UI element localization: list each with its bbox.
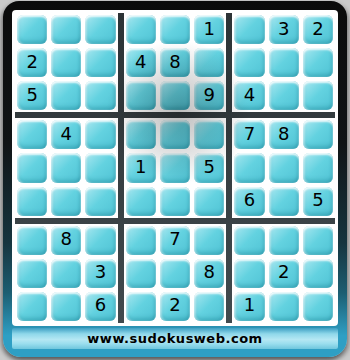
cell-r2c4[interactable]: 4	[126, 48, 156, 77]
cell-r5c4[interactable]: 1	[126, 153, 156, 182]
cell-r1c9[interactable]: 2	[303, 15, 333, 44]
cell-r7c7[interactable]	[234, 226, 264, 255]
box-3-1: 836	[15, 224, 118, 323]
cell-r4c9[interactable]	[303, 120, 333, 149]
cell-r1c4[interactable]	[126, 15, 156, 44]
cell-r6c8[interactable]	[269, 187, 299, 216]
cell-r8c2[interactable]	[51, 259, 81, 288]
cell-r4c5[interactable]	[160, 120, 190, 149]
footer-bar: www.sudokusweb.com	[12, 328, 338, 349]
cell-r3c5[interactable]	[160, 81, 190, 110]
cell-r5c8[interactable]	[269, 153, 299, 182]
cell-r7c9[interactable]	[303, 226, 333, 255]
cell-r9c3[interactable]: 6	[85, 292, 115, 321]
cell-r4c2[interactable]: 4	[51, 120, 81, 149]
cell-r8c3[interactable]: 3	[85, 259, 115, 288]
cell-r5c6[interactable]: 5	[194, 153, 224, 182]
cell-r8c9[interactable]	[303, 259, 333, 288]
cell-r7c2[interactable]: 8	[51, 226, 81, 255]
cell-r5c7[interactable]	[234, 153, 264, 182]
cell-r3c2[interactable]	[51, 81, 81, 110]
cell-r4c8[interactable]: 8	[269, 120, 299, 149]
box-1-3: 324	[232, 13, 335, 112]
cell-r3c6[interactable]: 9	[194, 81, 224, 110]
cell-r5c2[interactable]	[51, 153, 81, 182]
cell-r1c6[interactable]: 1	[194, 15, 224, 44]
cell-r6c3[interactable]	[85, 187, 115, 216]
box-1-1: 25	[15, 13, 118, 112]
cell-r3c4[interactable]	[126, 81, 156, 110]
cell-r8c8[interactable]: 2	[269, 259, 299, 288]
cell-r5c3[interactable]	[85, 153, 115, 182]
box-2-3: 7865	[232, 118, 335, 217]
cell-r3c9[interactable]	[303, 81, 333, 110]
cell-r2c8[interactable]	[269, 48, 299, 77]
page-background: 251489324415786583678221 www.sudokusweb.…	[0, 0, 350, 360]
cell-r6c6[interactable]	[194, 187, 224, 216]
cell-r9c9[interactable]	[303, 292, 333, 321]
cell-r5c9[interactable]	[303, 153, 333, 182]
cell-r8c4[interactable]	[126, 259, 156, 288]
cell-r9c8[interactable]	[269, 292, 299, 321]
cell-r9c4[interactable]	[126, 292, 156, 321]
cell-r9c1[interactable]	[17, 292, 47, 321]
cell-r2c7[interactable]	[234, 48, 264, 77]
cell-r8c5[interactable]	[160, 259, 190, 288]
cell-r8c7[interactable]	[234, 259, 264, 288]
cell-r9c7[interactable]: 1	[234, 292, 264, 321]
cell-r2c2[interactable]	[51, 48, 81, 77]
cell-r4c4[interactable]	[126, 120, 156, 149]
cell-r8c1[interactable]	[17, 259, 47, 288]
cell-r4c1[interactable]	[17, 120, 47, 149]
cell-r1c8[interactable]: 3	[269, 15, 299, 44]
cell-r4c6[interactable]	[194, 120, 224, 149]
cell-r3c3[interactable]	[85, 81, 115, 110]
cell-r6c9[interactable]: 5	[303, 187, 333, 216]
sudoku-widget: 251489324415786583678221 www.sudokusweb.…	[3, 1, 347, 357]
cell-r2c1[interactable]: 2	[17, 48, 47, 77]
cell-r7c1[interactable]	[17, 226, 47, 255]
cell-r3c8[interactable]	[269, 81, 299, 110]
cell-r1c3[interactable]	[85, 15, 115, 44]
cell-r7c6[interactable]	[194, 226, 224, 255]
cell-r2c9[interactable]	[303, 48, 333, 77]
box-3-3: 21	[232, 224, 335, 323]
cell-r7c5[interactable]: 7	[160, 226, 190, 255]
box-2-1: 4	[15, 118, 118, 217]
box-3-2: 782	[124, 224, 227, 323]
board-panel: 251489324415786583678221	[12, 10, 338, 326]
cell-r5c1[interactable]	[17, 153, 47, 182]
cell-r2c6[interactable]	[194, 48, 224, 77]
cell-r6c2[interactable]	[51, 187, 81, 216]
cell-r7c8[interactable]	[269, 226, 299, 255]
cell-r5c5[interactable]	[160, 153, 190, 182]
cell-r1c5[interactable]	[160, 15, 190, 44]
cell-r1c7[interactable]	[234, 15, 264, 44]
cell-r6c5[interactable]	[160, 187, 190, 216]
cell-r9c6[interactable]	[194, 292, 224, 321]
cell-r6c1[interactable]	[17, 187, 47, 216]
cell-r7c3[interactable]	[85, 226, 115, 255]
cell-r1c1[interactable]	[17, 15, 47, 44]
cell-r8c6[interactable]: 8	[194, 259, 224, 288]
cell-r3c1[interactable]: 5	[17, 81, 47, 110]
cell-r3c7[interactable]: 4	[234, 81, 264, 110]
cell-r4c7[interactable]: 7	[234, 120, 264, 149]
box-1-2: 1489	[124, 13, 227, 112]
cell-r6c7[interactable]: 6	[234, 187, 264, 216]
cell-r2c5[interactable]: 8	[160, 48, 190, 77]
cell-r1c2[interactable]	[51, 15, 81, 44]
cell-r6c4[interactable]	[126, 187, 156, 216]
cell-r9c2[interactable]	[51, 292, 81, 321]
cell-r4c3[interactable]	[85, 120, 115, 149]
cell-r9c5[interactable]: 2	[160, 292, 190, 321]
box-2-2: 15	[124, 118, 227, 217]
sudoku-board: 251489324415786583678221	[15, 13, 335, 323]
cell-r2c3[interactable]	[85, 48, 115, 77]
cell-r7c4[interactable]	[126, 226, 156, 255]
website-link[interactable]: www.sudokusweb.com	[87, 331, 262, 346]
